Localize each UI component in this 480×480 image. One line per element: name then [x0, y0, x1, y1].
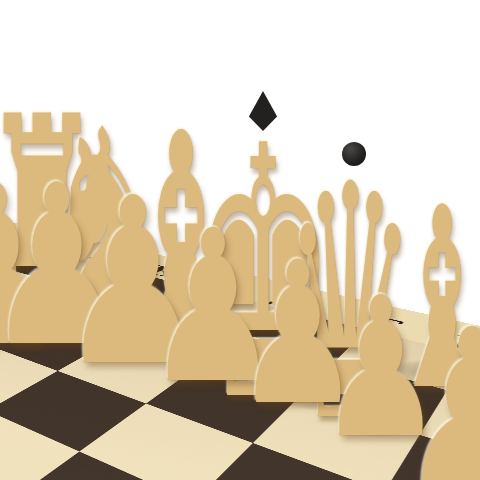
- queen-black-ball-finial: [342, 142, 366, 166]
- pieces-layer: ♜♞♝♚♛♝♟♟♟♟♟♟♟: [0, 0, 480, 480]
- piece-pawn-b2[interactable]: ♟: [292, 299, 480, 480]
- chess-photo-stage: ЗЖЕДГВ ♜♞♝♚♛♝♟♟♟♟♟♟♟: [0, 0, 480, 480]
